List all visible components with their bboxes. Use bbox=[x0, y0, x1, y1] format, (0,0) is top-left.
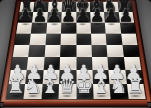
black-pawn-a7[interactable]: ♟ bbox=[18, 7, 33, 24]
square-g5[interactable] bbox=[105, 34, 121, 46]
square-h4[interactable] bbox=[122, 45, 139, 57]
white-bishop-c1[interactable]: ♝ bbox=[41, 76, 59, 96]
square-e4[interactable] bbox=[76, 45, 92, 57]
square-d4[interactable] bbox=[60, 45, 76, 57]
square-b4[interactable] bbox=[28, 45, 45, 57]
white-rook-h1[interactable]: ♜ bbox=[126, 76, 144, 96]
white-knight-b1[interactable]: ♞ bbox=[24, 76, 42, 96]
square-a4[interactable] bbox=[12, 45, 29, 57]
black-pawn-g7[interactable]: ♟ bbox=[104, 7, 119, 24]
white-queen-d1[interactable]: ♛ bbox=[58, 76, 76, 96]
square-f5[interactable] bbox=[90, 34, 106, 46]
square-c5[interactable] bbox=[45, 34, 61, 46]
white-king-e1[interactable]: ♚ bbox=[75, 76, 93, 96]
square-a5[interactable] bbox=[14, 34, 31, 46]
white-knight-g1[interactable]: ♞ bbox=[109, 76, 127, 96]
square-c4[interactable] bbox=[44, 45, 60, 57]
white-bishop-f1[interactable]: ♝ bbox=[92, 76, 110, 96]
square-b5[interactable] bbox=[29, 34, 45, 46]
black-pawn-b7[interactable]: ♟ bbox=[32, 7, 47, 24]
black-pawn-d7[interactable]: ♟ bbox=[61, 7, 76, 24]
white-rook-a1[interactable]: ♜ bbox=[7, 76, 25, 96]
black-pawn-f7[interactable]: ♟ bbox=[89, 7, 104, 24]
square-f4[interactable] bbox=[91, 45, 107, 57]
square-g4[interactable] bbox=[106, 45, 123, 57]
black-pawn-h7[interactable]: ♟ bbox=[118, 7, 133, 24]
square-h5[interactable] bbox=[120, 34, 137, 46]
square-e5[interactable] bbox=[76, 34, 91, 46]
black-pawn-c7[interactable]: ♟ bbox=[46, 7, 61, 24]
square-d5[interactable] bbox=[60, 34, 75, 46]
chess-scene: ♜♞♝♛♚♝♞♜♟♟♟♟♟♟♟♟♟♟♟♟♟♟♟♟♜♞♝♛♚♝♞♜ bbox=[0, 0, 151, 108]
black-pawn-e7[interactable]: ♟ bbox=[75, 7, 90, 24]
board-front-edge bbox=[2, 102, 149, 107]
